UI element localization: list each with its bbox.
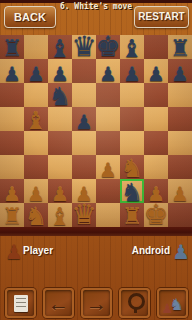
left-arrow-icon: ← (48, 293, 69, 314)
white-bishop-b5[interactable]: ♝ (24, 91, 48, 131)
black-pawn-e7[interactable]: ♟ (96, 43, 120, 83)
black-pawn-icon: ♟ (172, 238, 190, 266)
board-pieces: ♜♝♛♚♝♜♟♟♟♟♟♟♟♞♝♟♟♞♟♟♟♟♞♟♟♜♞♝♛♜♚ (0, 35, 192, 227)
undo-button[interactable]: ← (43, 288, 74, 318)
bottom-toolbar: ← → ♟ ♞ (0, 288, 192, 320)
black-pawn-a7[interactable]: ♟ (0, 43, 24, 83)
black-pawn-g7[interactable]: ♟ (144, 43, 168, 83)
moves-list-button[interactable] (5, 288, 36, 318)
black-pawn-d5[interactable]: ♟ (72, 91, 96, 131)
board-bottom-edge (0, 227, 192, 236)
black-queen-d8[interactable]: ♛ (72, 19, 96, 59)
document-icon (14, 295, 28, 312)
white-queen-d1[interactable]: ♛ (72, 187, 96, 227)
chess-app-screen: BACK 6. White's move RESTART ♜♝♛♚♝♜♟♟♟♟♟… (0, 0, 192, 320)
hint-button[interactable] (119, 288, 150, 318)
right-arrow-icon: → (86, 293, 107, 314)
magnifier-icon (127, 293, 142, 313)
switch-side-button[interactable]: ♟ ♞ (157, 288, 188, 318)
chess-board: ♜♝♛♚♝♜♟♟♟♟♟♟♟♞♝♟♟♞♟♟♟♟♞♟♟♜♞♝♛♜♚ (0, 35, 192, 227)
player-black-label: Android (132, 245, 170, 256)
black-pawn-f7[interactable]: ♟ (120, 43, 144, 83)
white-pawn-icon: ♟ (5, 238, 23, 266)
white-pawn-e3[interactable]: ♟ (96, 139, 120, 179)
redo-button[interactable]: → (81, 288, 112, 318)
player-white-label: Player (23, 245, 53, 256)
black-knight-c6[interactable]: ♞ (48, 67, 72, 107)
white-king-g1[interactable]: ♚ (144, 187, 168, 227)
player-bar: ♟ Player Android ♟ (0, 238, 192, 270)
black-pawn-h7[interactable]: ♟ (168, 43, 192, 83)
white-rook-a1[interactable]: ♜ (0, 187, 24, 227)
white-knight-b1[interactable]: ♞ (24, 187, 48, 227)
pieces-icon: ♟ ♞ (162, 291, 184, 315)
white-rook-f1[interactable]: ♜ (120, 187, 144, 227)
white-pawn-h2[interactable]: ♟ (168, 163, 192, 203)
white-bishop-c1[interactable]: ♝ (48, 187, 72, 227)
black-pawn-b7[interactable]: ♟ (24, 43, 48, 83)
